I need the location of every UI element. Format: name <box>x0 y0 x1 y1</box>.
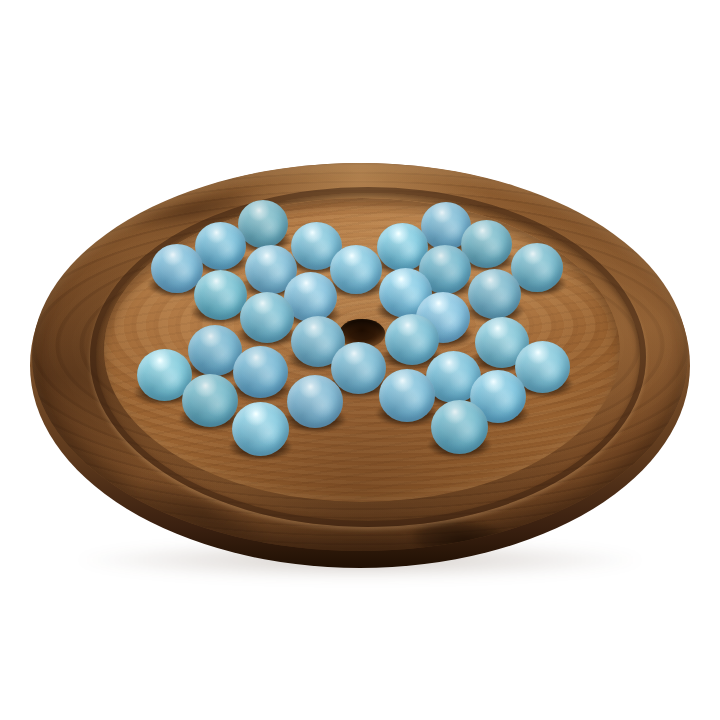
blue-glass-marble <box>287 375 343 428</box>
blue-glass-marble <box>232 402 289 456</box>
marble-r6c5[interactable] <box>287 375 343 428</box>
marble-r5c3[interactable] <box>240 292 294 343</box>
blue-glass-marble <box>233 346 288 398</box>
marble-r5c7[interactable] <box>431 400 488 454</box>
holes-layer <box>0 0 720 720</box>
marble-r2c5[interactable] <box>468 269 521 319</box>
blue-glass-marble <box>182 374 238 427</box>
marble-r3c3[interactable] <box>330 245 382 294</box>
marble-r6c4[interactable] <box>233 346 288 398</box>
blue-glass-marble <box>431 400 488 454</box>
blue-glass-marble <box>468 269 521 319</box>
blue-glass-marble <box>240 292 294 343</box>
blue-glass-marble <box>330 245 382 294</box>
solitaire-board-photo <box>0 0 720 720</box>
blue-glass-marble <box>379 369 435 422</box>
marble-r7c4[interactable] <box>182 374 238 427</box>
marble-r5c6[interactable] <box>379 369 435 422</box>
marble-r7c5[interactable] <box>232 402 289 456</box>
